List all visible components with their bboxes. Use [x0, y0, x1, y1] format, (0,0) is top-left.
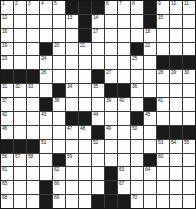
cell-r9c15[interactable]	[183, 112, 195, 125]
cell-r4c1[interactable]: 19	[1, 43, 13, 56]
cell-r3c6[interactable]	[66, 29, 78, 42]
cell-r5c10[interactable]	[118, 56, 130, 69]
cell-r13c6[interactable]	[66, 167, 78, 180]
cell-r13c4[interactable]	[40, 167, 52, 180]
clue-number: 25	[132, 56, 137, 61]
black-cell-r3c7	[79, 29, 91, 42]
clue-number: 60	[158, 154, 163, 159]
cell-r11c7[interactable]	[79, 140, 91, 153]
cell-r12c14[interactable]	[170, 154, 182, 167]
cell-r4c5[interactable]: 20	[53, 43, 65, 56]
cell-r10c1[interactable]: 46	[1, 126, 13, 139]
cell-r7c15[interactable]	[183, 84, 195, 97]
cell-r8c1[interactable]: 37	[1, 98, 13, 111]
cell-r3c14[interactable]	[170, 29, 182, 42]
cell-r6c4[interactable]: 26	[40, 70, 52, 83]
cell-r12c11[interactable]	[131, 154, 143, 167]
cell-r11c13[interactable]: 53	[157, 140, 169, 153]
cell-r4c3[interactable]	[27, 43, 39, 56]
clue-number: 66	[54, 181, 59, 186]
cell-r9c14[interactable]	[170, 112, 182, 125]
cell-r13c5[interactable]: 62	[53, 167, 65, 180]
cell-r14c3[interactable]	[27, 181, 39, 194]
cell-r1c3[interactable]: 3	[27, 1, 39, 14]
cell-r9c10[interactable]	[118, 112, 130, 125]
clue-number: 37	[2, 98, 7, 103]
cell-r9c8[interactable]: 44	[92, 112, 104, 125]
cell-r6c9[interactable]: 27	[105, 70, 117, 83]
cell-r2c11[interactable]	[131, 15, 143, 28]
cell-r11c8[interactable]: 52	[92, 140, 104, 153]
cell-r8c6[interactable]	[66, 98, 78, 111]
cell-r5c5[interactable]	[53, 56, 65, 69]
black-cell-r1c6	[66, 1, 78, 14]
cell-r3c3[interactable]	[27, 29, 39, 42]
cell-r2c2[interactable]	[14, 15, 26, 28]
clue-number: 40	[119, 98, 124, 103]
cell-r3c5[interactable]	[53, 29, 65, 42]
clue-number: 38	[54, 98, 59, 103]
cell-r5c2[interactable]	[14, 56, 26, 69]
cell-r15c1[interactable]: 68	[1, 195, 13, 208]
cell-r9c1[interactable]: 42	[1, 112, 13, 125]
black-cell-r1c12	[144, 1, 156, 14]
black-cell-r15c10	[118, 195, 130, 208]
cell-r7c12[interactable]	[144, 84, 156, 97]
cell-r14c6[interactable]	[66, 181, 78, 194]
cell-r12c15[interactable]	[183, 154, 195, 167]
cell-r7c3[interactable]: 33	[27, 84, 39, 97]
cell-r4c15[interactable]	[183, 43, 195, 56]
cell-r12c7[interactable]	[79, 154, 91, 167]
black-cell-r5c13	[157, 56, 169, 69]
cell-r2c1[interactable]: 12	[1, 15, 13, 28]
clue-number: 14	[93, 15, 98, 20]
cell-r7c4[interactable]	[40, 84, 52, 97]
clue-number: 65	[2, 181, 7, 186]
clue-number: 59	[67, 154, 72, 159]
clue-number: 8	[132, 1, 135, 6]
black-cell-r7c9	[105, 84, 117, 97]
cell-r1c15[interactable]: 11	[183, 1, 195, 14]
clue-number: 54	[171, 140, 176, 145]
clue-number: 67	[119, 181, 124, 186]
cell-r8c8[interactable]	[92, 98, 104, 111]
cell-r4c8[interactable]	[92, 43, 104, 56]
cell-r5c7[interactable]	[79, 56, 91, 69]
black-cell-r5c15	[183, 56, 195, 69]
cell-r4c6[interactable]	[66, 43, 78, 56]
cell-r14c12[interactable]	[144, 181, 156, 194]
cell-r10c9[interactable]: 49	[105, 126, 117, 139]
cell-r13c14[interactable]	[170, 167, 182, 180]
cell-r14c2[interactable]	[14, 181, 26, 194]
cell-r1c11[interactable]: 8	[131, 1, 143, 14]
black-cell-r8c12	[144, 98, 156, 111]
cell-r13c3[interactable]	[27, 167, 39, 180]
cell-r9c5[interactable]	[53, 112, 65, 125]
black-cell-r14c9	[105, 181, 117, 194]
black-cell-r1c8	[92, 1, 104, 14]
black-cell-r14c4	[40, 181, 52, 194]
black-cell-r9c7	[79, 112, 91, 125]
clue-number: 55	[184, 140, 189, 145]
cell-r2c6[interactable]: 13	[66, 15, 78, 28]
cell-r14c5[interactable]: 66	[53, 181, 65, 194]
clue-number: 24	[41, 56, 46, 61]
cell-r7c13[interactable]	[157, 84, 169, 97]
clue-number: 36	[132, 84, 137, 89]
clue-number: 15	[158, 15, 163, 20]
black-cell-r9c11	[131, 112, 143, 125]
black-cell-r15c8	[92, 195, 104, 208]
cell-r9c2[interactable]	[14, 112, 26, 125]
cell-r2c4[interactable]	[40, 15, 52, 28]
cell-r11c5[interactable]	[53, 140, 65, 153]
cell-r13c12[interactable]: 64	[144, 167, 156, 180]
cell-r12c3[interactable]: 58	[27, 154, 39, 167]
cell-r12c6[interactable]: 59	[66, 154, 78, 167]
clue-number: 20	[54, 43, 59, 48]
black-cell-r10c13	[157, 126, 169, 139]
cell-r9c4[interactable]: 43	[40, 112, 52, 125]
clue-number: 56	[2, 154, 7, 159]
cell-r5c9[interactable]	[105, 56, 117, 69]
black-cell-r7c5	[53, 84, 65, 97]
clue-number: 50	[132, 126, 137, 131]
black-cell-r6c1	[1, 70, 13, 83]
cell-r2c13[interactable]: 15	[157, 15, 169, 28]
cell-r3c2[interactable]	[14, 29, 26, 42]
black-cell-r13c9	[105, 167, 117, 180]
cell-r15c5[interactable]: 69	[53, 195, 65, 208]
clue-number: 53	[158, 140, 163, 145]
clue-number: 16	[2, 29, 7, 34]
cell-r3c12[interactable]: 18	[144, 29, 156, 42]
cell-r15c14[interactable]	[170, 195, 182, 208]
black-cell-r6c3	[27, 70, 39, 83]
black-cell-r11c1	[1, 140, 13, 153]
clue-number: 31	[2, 84, 7, 89]
cell-r13c13[interactable]	[157, 167, 169, 180]
cell-r4c13[interactable]	[157, 43, 169, 56]
cell-r9c13[interactable]	[157, 112, 169, 125]
cell-r8c15[interactable]	[183, 98, 195, 111]
cell-r6c15[interactable]: 30	[183, 70, 195, 83]
cell-r3c8[interactable]: 17	[92, 29, 104, 42]
clue-number: 58	[28, 154, 33, 159]
clue-number: 26	[41, 70, 46, 75]
cell-r11c11[interactable]	[131, 140, 143, 153]
cell-r10c6[interactable]: 47	[66, 126, 78, 139]
clue-number: 2	[15, 1, 18, 6]
cell-r15c13[interactable]	[157, 195, 169, 208]
cell-r5c3[interactable]	[27, 56, 39, 69]
cell-r11c6[interactable]	[66, 140, 78, 153]
clue-number: 13	[67, 15, 72, 20]
clue-number: 33	[28, 84, 33, 89]
clue-number: 69	[54, 195, 59, 200]
clue-number: 27	[106, 70, 111, 75]
black-cell-r11c2	[14, 140, 26, 153]
cell-r3c9[interactable]	[105, 29, 117, 42]
clue-number: 3	[28, 1, 31, 6]
cell-r1c1[interactable]: 1	[1, 1, 13, 14]
cell-r1c14[interactable]: 10	[170, 1, 182, 14]
cell-r4c7[interactable]: 21	[79, 43, 91, 56]
clue-number: 4	[41, 1, 44, 6]
cell-r14c7[interactable]	[79, 181, 91, 194]
cell-r2c9[interactable]	[105, 15, 117, 28]
black-cell-r11c3	[27, 140, 39, 153]
clue-number: 35	[93, 84, 98, 89]
cell-r14c11[interactable]	[131, 181, 143, 194]
black-cell-r12c12	[144, 154, 156, 167]
clue-number: 11	[184, 1, 189, 6]
cell-r6c12[interactable]	[144, 70, 156, 83]
clue-number: 7	[119, 1, 122, 6]
cell-r2c15[interactable]	[183, 15, 195, 28]
clue-number: 9	[158, 1, 161, 6]
clue-number: 52	[93, 140, 98, 145]
cell-r6c6[interactable]	[66, 70, 78, 83]
clue-number: 61	[2, 167, 7, 172]
cell-r7c8[interactable]: 35	[92, 84, 104, 97]
cell-r7c1[interactable]: 31	[1, 84, 13, 97]
cell-r6c7[interactable]	[79, 70, 91, 83]
cell-r12c2[interactable]: 57	[14, 154, 26, 167]
cell-r13c2[interactable]	[14, 167, 26, 180]
clue-number: 17	[93, 29, 98, 34]
cell-r7c11[interactable]: 36	[131, 84, 143, 97]
cell-r10c10[interactable]	[118, 126, 130, 139]
cell-r10c12[interactable]	[144, 126, 156, 139]
clue-number: 64	[145, 167, 150, 172]
cell-r6c13[interactable]: 28	[157, 70, 169, 83]
cell-r4c9[interactable]	[105, 43, 117, 56]
cell-r13c10[interactable]: 63	[118, 167, 130, 180]
cell-r2c10[interactable]	[118, 15, 130, 28]
black-cell-r12c5	[53, 154, 65, 167]
cell-r8c9[interactable]: 39	[105, 98, 117, 111]
cell-r14c15[interactable]	[183, 181, 195, 194]
cell-r6c5[interactable]	[53, 70, 65, 83]
black-cell-r2c7	[79, 15, 91, 28]
cell-r8c13[interactable]: 41	[157, 98, 169, 111]
cell-r15c11[interactable]: 70	[131, 195, 143, 208]
clue-number: 68	[2, 195, 7, 200]
clue-number: 29	[171, 70, 176, 75]
cell-r8c7[interactable]	[79, 98, 91, 111]
cell-r5c4[interactable]: 24	[40, 56, 52, 69]
cell-r8c5[interactable]: 38	[53, 98, 65, 111]
cell-r11c15[interactable]: 55	[183, 140, 195, 153]
cell-r5c8[interactable]	[92, 56, 104, 69]
black-cell-r4c4	[40, 43, 52, 56]
cell-r14c8[interactable]	[92, 181, 104, 194]
clue-number: 41	[158, 98, 163, 103]
cell-r10c3[interactable]	[27, 126, 39, 139]
cell-r8c11[interactable]	[131, 98, 143, 111]
clue-number: 48	[80, 126, 85, 131]
cell-r2c8[interactable]: 14	[92, 15, 104, 28]
cell-r3c4[interactable]	[40, 29, 52, 42]
cell-r12c1[interactable]: 56	[1, 154, 13, 167]
clue-number: 47	[67, 126, 72, 131]
cell-r2c5[interactable]	[53, 15, 65, 28]
cell-r1c10[interactable]: 7	[118, 1, 130, 14]
cell-r3c15[interactable]	[183, 29, 195, 42]
black-cell-r6c2	[14, 70, 26, 83]
clue-number: 45	[145, 112, 150, 117]
cell-r3c1[interactable]: 16	[1, 29, 13, 42]
cell-r6c10[interactable]	[118, 70, 130, 83]
cell-r2c3[interactable]	[27, 15, 39, 28]
clue-number: 30	[184, 70, 189, 75]
clue-number: 62	[54, 167, 59, 172]
cell-r12c8[interactable]	[92, 154, 104, 167]
cell-r8c3[interactable]	[27, 98, 39, 111]
cell-r10c5[interactable]	[53, 126, 65, 139]
black-cell-r9c6	[66, 112, 78, 125]
cell-r13c1[interactable]: 61	[1, 167, 13, 180]
crossword-grid: 1234567891011121314151617181920212223242…	[0, 0, 196, 209]
black-cell-r8c4	[40, 98, 52, 111]
cell-r10c4[interactable]	[40, 126, 52, 139]
clue-number: 63	[119, 167, 124, 172]
black-cell-r10c15	[183, 126, 195, 139]
cell-r15c2[interactable]	[14, 195, 26, 208]
cell-r3c10[interactable]	[118, 29, 130, 42]
cell-r8c14[interactable]	[170, 98, 182, 111]
cell-r5c6[interactable]	[66, 56, 78, 69]
cell-r12c10[interactable]	[118, 154, 130, 167]
cell-r7c7[interactable]	[79, 84, 91, 97]
cell-r4c14[interactable]	[170, 43, 182, 56]
cell-r12c4[interactable]	[40, 154, 52, 167]
cell-r4c12[interactable]: 22	[144, 43, 156, 56]
clue-number: 46	[2, 126, 7, 131]
cell-r8c2[interactable]	[14, 98, 26, 111]
cell-r1c9[interactable]: 6	[105, 1, 117, 14]
cell-r7c2[interactable]: 32	[14, 84, 26, 97]
clue-number: 43	[41, 112, 46, 117]
cell-r14c10[interactable]: 67	[118, 181, 130, 194]
cell-r10c7[interactable]: 48	[79, 126, 91, 139]
cell-r15c3[interactable]	[27, 195, 39, 208]
cell-r4c10[interactable]	[118, 43, 130, 56]
cell-r13c7[interactable]	[79, 167, 91, 180]
cell-r11c14[interactable]: 54	[170, 140, 182, 153]
cell-r5c11[interactable]: 25	[131, 56, 143, 69]
cell-r13c15[interactable]	[183, 167, 195, 180]
cell-r9c12[interactable]: 45	[144, 112, 156, 125]
cell-r12c9[interactable]	[105, 154, 117, 167]
cell-r1c5[interactable]: 5	[53, 1, 65, 14]
cell-r13c8[interactable]	[92, 167, 104, 180]
cell-r7c6[interactable]: 34	[66, 84, 78, 97]
clue-number: 6	[106, 1, 109, 6]
black-cell-r15c9	[105, 195, 117, 208]
cell-r4c2[interactable]	[14, 43, 26, 56]
cell-r5c1[interactable]: 23	[1, 56, 13, 69]
clue-number: 22	[145, 43, 150, 48]
cell-r15c15[interactable]	[183, 195, 195, 208]
cell-r3c13[interactable]	[157, 29, 169, 42]
clue-number: 44	[93, 112, 98, 117]
clue-number: 70	[132, 195, 137, 200]
cell-r1c2[interactable]: 2	[14, 1, 26, 14]
black-cell-r2c12	[144, 15, 156, 28]
cell-r14c14[interactable]	[170, 181, 182, 194]
cell-r14c1[interactable]: 65	[1, 181, 13, 194]
clue-number: 10	[171, 1, 176, 6]
clue-number: 51	[41, 140, 46, 145]
clue-number: 34	[67, 84, 72, 89]
cell-r10c2[interactable]	[14, 126, 26, 139]
cell-r8c10[interactable]: 40	[118, 98, 130, 111]
cell-r1c4[interactable]: 4	[40, 1, 52, 14]
black-cell-r15c4	[40, 195, 52, 208]
black-cell-r7c10	[118, 84, 130, 97]
cell-r15c12[interactable]	[144, 195, 156, 208]
clue-number: 39	[106, 98, 111, 103]
cell-r12c13[interactable]: 60	[157, 154, 169, 167]
clue-number: 19	[2, 43, 7, 48]
clue-number: 32	[15, 84, 20, 89]
cell-r6c14[interactable]: 29	[170, 70, 182, 83]
clue-number: 18	[145, 29, 150, 34]
cell-r15c6[interactable]	[66, 195, 78, 208]
cell-r2c14[interactable]	[170, 15, 182, 28]
cell-r9c9[interactable]	[105, 112, 117, 125]
clue-number: 42	[2, 112, 7, 117]
cell-r11c4[interactable]: 51	[40, 140, 52, 153]
cell-r9c3[interactable]	[27, 112, 39, 125]
cell-r7c14[interactable]	[170, 84, 182, 97]
cell-r15c7[interactable]	[79, 195, 91, 208]
cell-r11c12[interactable]	[144, 140, 156, 153]
black-cell-r10c14	[170, 126, 182, 139]
clue-number: 21	[80, 43, 85, 48]
clue-number: 12	[2, 15, 7, 20]
cell-r6c11[interactable]	[131, 70, 143, 83]
cell-r3c11[interactable]	[131, 29, 143, 42]
black-cell-r10c8	[92, 126, 104, 139]
cell-r11c10[interactable]	[118, 140, 130, 153]
clue-number: 5	[54, 1, 57, 6]
clue-number: 28	[158, 70, 163, 75]
clue-number: 49	[106, 126, 111, 131]
clue-number: 1	[2, 1, 5, 6]
black-cell-r4c11	[131, 43, 143, 56]
clue-number: 57	[15, 154, 20, 159]
cell-r10c11[interactable]: 50	[131, 126, 143, 139]
cell-r5c12[interactable]	[144, 56, 156, 69]
cell-r14c13[interactable]	[157, 181, 169, 194]
cell-r1c13[interactable]: 9	[157, 1, 169, 14]
black-cell-r6c8	[92, 70, 104, 83]
black-cell-r5c14	[170, 56, 182, 69]
cell-r13c11[interactable]	[131, 167, 143, 180]
cell-r11c9[interactable]	[105, 140, 117, 153]
black-cell-r1c7	[79, 1, 91, 14]
clue-number: 23	[2, 56, 7, 61]
